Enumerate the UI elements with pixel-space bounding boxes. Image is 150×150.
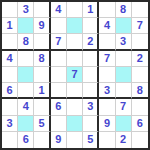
cell-r1c8[interactable]: 8 bbox=[116, 2, 132, 18]
cell-r1c3[interactable] bbox=[34, 2, 50, 18]
cell-r5c6[interactable] bbox=[83, 67, 99, 83]
cell-r2c3[interactable]: 9 bbox=[34, 18, 50, 34]
cell-r2c9[interactable]: 7 bbox=[132, 18, 148, 34]
cell-r3c3[interactable] bbox=[34, 34, 50, 50]
cell-r1c4[interactable]: 4 bbox=[51, 2, 67, 18]
cell-r4c2[interactable] bbox=[18, 51, 34, 67]
cell-r8c9[interactable]: 6 bbox=[132, 116, 148, 132]
cell-r2c2[interactable] bbox=[18, 18, 34, 34]
cell-r2c6[interactable] bbox=[83, 18, 99, 34]
cell-r6c9[interactable]: 8 bbox=[132, 83, 148, 99]
cell-r9c1[interactable] bbox=[2, 132, 18, 148]
cell-r2c8[interactable] bbox=[116, 18, 132, 34]
cell-r8c7[interactable]: 9 bbox=[99, 116, 115, 132]
cell-r4c6[interactable] bbox=[83, 51, 99, 67]
cell-r9c9[interactable] bbox=[132, 132, 148, 148]
cell-r7c2[interactable]: 4 bbox=[18, 99, 34, 115]
cell-r8c4[interactable] bbox=[51, 116, 67, 132]
cell-r4c5[interactable] bbox=[67, 51, 83, 67]
cell-r1c9[interactable] bbox=[132, 2, 148, 18]
cell-r3c1[interactable] bbox=[2, 34, 18, 50]
cell-r5c2[interactable] bbox=[18, 67, 34, 83]
cell-r2c4[interactable] bbox=[51, 18, 67, 34]
cell-r3c2[interactable]: 8 bbox=[18, 34, 34, 50]
cell-r3c4[interactable]: 7 bbox=[51, 34, 67, 50]
cell-r5c8[interactable] bbox=[116, 67, 132, 83]
cell-r6c2[interactable] bbox=[18, 83, 34, 99]
cell-r5c3[interactable] bbox=[34, 67, 50, 83]
cell-r6c7[interactable]: 3 bbox=[99, 83, 115, 99]
cell-r7c1[interactable] bbox=[2, 99, 18, 115]
cell-r7c9[interactable] bbox=[132, 99, 148, 115]
cell-r9c2[interactable]: 6 bbox=[18, 132, 34, 148]
cell-r6c8[interactable] bbox=[116, 83, 132, 99]
cell-r3c5[interactable] bbox=[67, 34, 83, 50]
cell-r9c8[interactable]: 2 bbox=[116, 132, 132, 148]
cell-r1c6[interactable]: 1 bbox=[83, 2, 99, 18]
cell-r2c1[interactable]: 1 bbox=[2, 18, 18, 34]
cell-r3c6[interactable]: 2 bbox=[83, 34, 99, 50]
cell-r4c3[interactable]: 8 bbox=[34, 51, 50, 67]
cell-r2c5[interactable] bbox=[67, 18, 83, 34]
cell-r8c6[interactable] bbox=[83, 116, 99, 132]
cell-r7c6[interactable]: 3 bbox=[83, 99, 99, 115]
cell-r6c1[interactable]: 6 bbox=[2, 83, 18, 99]
cell-r1c5[interactable] bbox=[67, 2, 83, 18]
cell-r7c3[interactable] bbox=[34, 99, 50, 115]
cell-r7c8[interactable]: 7 bbox=[116, 99, 132, 115]
cell-r5c7[interactable] bbox=[99, 67, 115, 83]
cell-r9c3[interactable] bbox=[34, 132, 50, 148]
cell-r1c7[interactable] bbox=[99, 2, 115, 18]
sudoku-board: 341819478723487276138463735966952 bbox=[0, 0, 150, 150]
cell-r5c5[interactable]: 7 bbox=[67, 67, 83, 83]
cell-r3c7[interactable] bbox=[99, 34, 115, 50]
cell-r8c5[interactable] bbox=[67, 116, 83, 132]
cell-r4c9[interactable]: 2 bbox=[132, 51, 148, 67]
cell-r8c1[interactable]: 3 bbox=[2, 116, 18, 132]
cell-r2c7[interactable]: 4 bbox=[99, 18, 115, 34]
cell-r8c2[interactable] bbox=[18, 116, 34, 132]
cell-r8c8[interactable] bbox=[116, 116, 132, 132]
cell-r1c2[interactable]: 3 bbox=[18, 2, 34, 18]
cell-r5c9[interactable] bbox=[132, 67, 148, 83]
cell-r9c7[interactable] bbox=[99, 132, 115, 148]
cell-r4c1[interactable]: 4 bbox=[2, 51, 18, 67]
cell-r8c3[interactable]: 5 bbox=[34, 116, 50, 132]
cell-r7c5[interactable] bbox=[67, 99, 83, 115]
cell-r6c4[interactable] bbox=[51, 83, 67, 99]
cell-r4c4[interactable] bbox=[51, 51, 67, 67]
cell-r5c4[interactable] bbox=[51, 67, 67, 83]
cell-r7c7[interactable] bbox=[99, 99, 115, 115]
cell-r5c1[interactable] bbox=[2, 67, 18, 83]
cell-r4c8[interactable] bbox=[116, 51, 132, 67]
cell-r6c5[interactable] bbox=[67, 83, 83, 99]
cell-r7c4[interactable]: 6 bbox=[51, 99, 67, 115]
cell-r9c4[interactable]: 9 bbox=[51, 132, 67, 148]
cell-r1c1[interactable] bbox=[2, 2, 18, 18]
cell-r6c6[interactable] bbox=[83, 83, 99, 99]
cell-r9c6[interactable]: 5 bbox=[83, 132, 99, 148]
cell-r9c5[interactable] bbox=[67, 132, 83, 148]
cell-r4c7[interactable]: 7 bbox=[99, 51, 115, 67]
cell-r3c9[interactable] bbox=[132, 34, 148, 50]
cell-r3c8[interactable]: 3 bbox=[116, 34, 132, 50]
cell-r6c3[interactable]: 1 bbox=[34, 83, 50, 99]
